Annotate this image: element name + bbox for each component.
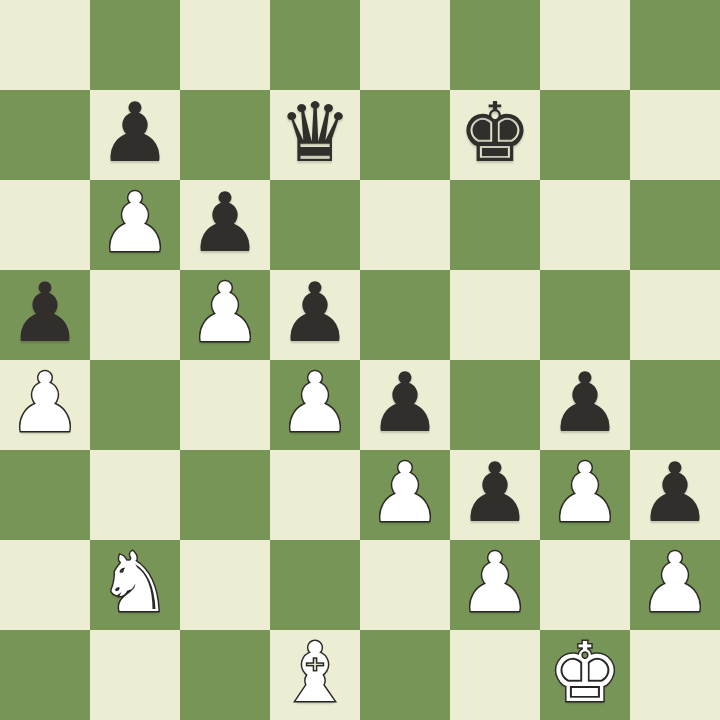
black-pawn[interactable]: ♟ xyxy=(548,358,622,448)
square-g4[interactable]: ♟ xyxy=(540,360,630,450)
square-a2[interactable] xyxy=(0,540,90,630)
square-d2[interactable] xyxy=(270,540,360,630)
square-e7[interactable] xyxy=(360,90,450,180)
square-b1[interactable] xyxy=(90,630,180,720)
square-d7[interactable]: ♛ xyxy=(270,90,360,180)
square-e5[interactable] xyxy=(360,270,450,360)
square-a4[interactable]: ♟ xyxy=(0,360,90,450)
square-b4[interactable] xyxy=(90,360,180,450)
square-e2[interactable] xyxy=(360,540,450,630)
white-pawn[interactable]: ♟ xyxy=(638,538,712,628)
square-h8[interactable] xyxy=(630,0,720,90)
square-e8[interactable] xyxy=(360,0,450,90)
square-h7[interactable] xyxy=(630,90,720,180)
square-c4[interactable] xyxy=(180,360,270,450)
square-g2[interactable] xyxy=(540,540,630,630)
black-king[interactable]: ♚ xyxy=(458,88,532,178)
square-c6[interactable]: ♟ xyxy=(180,180,270,270)
black-pawn[interactable]: ♟ xyxy=(368,358,442,448)
white-pawn[interactable]: ♟ xyxy=(278,358,352,448)
square-b5[interactable] xyxy=(90,270,180,360)
square-h1[interactable] xyxy=(630,630,720,720)
square-c5[interactable]: ♟ xyxy=(180,270,270,360)
square-f5[interactable] xyxy=(450,270,540,360)
white-bishop[interactable]: ♝ xyxy=(278,628,352,718)
square-e6[interactable] xyxy=(360,180,450,270)
square-b7[interactable]: ♟ xyxy=(90,90,180,180)
square-h6[interactable] xyxy=(630,180,720,270)
square-c3[interactable] xyxy=(180,450,270,540)
square-f4[interactable] xyxy=(450,360,540,450)
square-g6[interactable] xyxy=(540,180,630,270)
square-a5[interactable]: ♟ xyxy=(0,270,90,360)
white-pawn[interactable]: ♟ xyxy=(188,268,262,358)
square-e4[interactable]: ♟ xyxy=(360,360,450,450)
square-f3[interactable]: ♟ xyxy=(450,450,540,540)
black-pawn[interactable]: ♟ xyxy=(98,88,172,178)
square-a3[interactable] xyxy=(0,450,90,540)
square-c8[interactable] xyxy=(180,0,270,90)
square-g3[interactable]: ♟ xyxy=(540,450,630,540)
square-d4[interactable]: ♟ xyxy=(270,360,360,450)
square-b8[interactable] xyxy=(90,0,180,90)
square-b2[interactable]: ♞ xyxy=(90,540,180,630)
square-a8[interactable] xyxy=(0,0,90,90)
black-pawn[interactable]: ♟ xyxy=(188,178,262,268)
white-king[interactable]: ♚ xyxy=(548,628,622,718)
square-d1[interactable]: ♝ xyxy=(270,630,360,720)
white-pawn[interactable]: ♟ xyxy=(8,358,82,448)
white-pawn[interactable]: ♟ xyxy=(458,538,532,628)
black-pawn[interactable]: ♟ xyxy=(458,448,532,538)
square-e3[interactable]: ♟ xyxy=(360,450,450,540)
square-a7[interactable] xyxy=(0,90,90,180)
white-knight[interactable]: ♞ xyxy=(98,538,172,628)
black-pawn[interactable]: ♟ xyxy=(638,448,712,538)
square-d8[interactable] xyxy=(270,0,360,90)
square-g8[interactable] xyxy=(540,0,630,90)
black-pawn[interactable]: ♟ xyxy=(8,268,82,358)
white-pawn[interactable]: ♟ xyxy=(98,178,172,268)
square-c2[interactable] xyxy=(180,540,270,630)
square-f6[interactable] xyxy=(450,180,540,270)
square-g5[interactable] xyxy=(540,270,630,360)
square-c1[interactable] xyxy=(180,630,270,720)
black-queen[interactable]: ♛ xyxy=(278,88,352,178)
square-a6[interactable] xyxy=(0,180,90,270)
square-f2[interactable]: ♟ xyxy=(450,540,540,630)
square-e1[interactable] xyxy=(360,630,450,720)
square-g1[interactable]: ♚ xyxy=(540,630,630,720)
square-d5[interactable]: ♟ xyxy=(270,270,360,360)
square-g7[interactable] xyxy=(540,90,630,180)
square-h2[interactable]: ♟ xyxy=(630,540,720,630)
white-pawn[interactable]: ♟ xyxy=(368,448,442,538)
square-d6[interactable] xyxy=(270,180,360,270)
square-h4[interactable] xyxy=(630,360,720,450)
black-pawn[interactable]: ♟ xyxy=(278,268,352,358)
square-h5[interactable] xyxy=(630,270,720,360)
square-a1[interactable] xyxy=(0,630,90,720)
square-f1[interactable] xyxy=(450,630,540,720)
white-pawn[interactable]: ♟ xyxy=(548,448,622,538)
square-h3[interactable]: ♟ xyxy=(630,450,720,540)
chess-board: ♟♛♚♟♟♟♟♟♟♟♟♟♟♟♟♟♞♟♟♝♚ xyxy=(0,0,720,720)
square-b6[interactable]: ♟ xyxy=(90,180,180,270)
square-f8[interactable] xyxy=(450,0,540,90)
square-d3[interactable] xyxy=(270,450,360,540)
square-f7[interactable]: ♚ xyxy=(450,90,540,180)
square-c7[interactable] xyxy=(180,90,270,180)
square-b3[interactable] xyxy=(90,450,180,540)
